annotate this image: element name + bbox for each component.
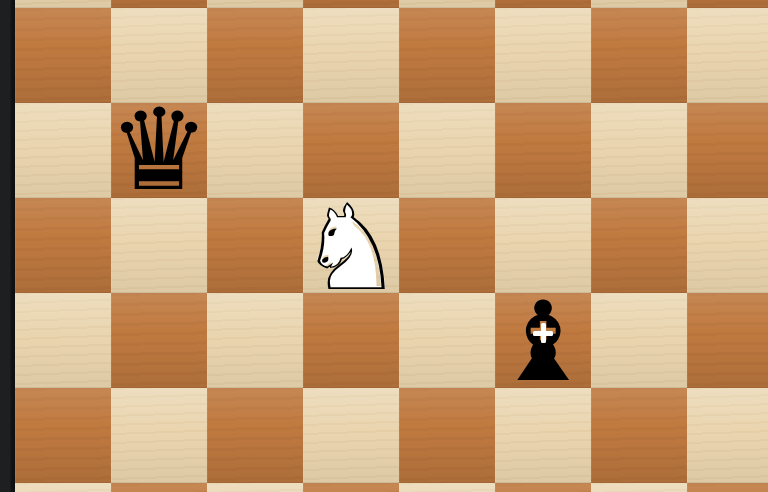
square-d2[interactable] bbox=[303, 483, 399, 492]
square-f8[interactable] bbox=[495, 0, 591, 8]
window-left-edge bbox=[0, 0, 15, 492]
square-c6[interactable] bbox=[207, 103, 303, 198]
square-h3[interactable] bbox=[687, 388, 768, 483]
square-d5[interactable]: ♞♘ bbox=[303, 198, 399, 293]
square-f4[interactable]: ♝ bbox=[495, 293, 591, 388]
square-h8[interactable] bbox=[687, 0, 768, 8]
square-g2[interactable] bbox=[591, 483, 687, 492]
square-f2[interactable] bbox=[495, 483, 591, 492]
square-a3[interactable] bbox=[15, 388, 111, 483]
square-c8[interactable] bbox=[207, 0, 303, 8]
square-h6[interactable] bbox=[687, 103, 768, 198]
square-a6[interactable] bbox=[15, 103, 111, 198]
square-e8[interactable] bbox=[399, 0, 495, 8]
square-e5[interactable] bbox=[399, 198, 495, 293]
square-g6[interactable] bbox=[591, 103, 687, 198]
square-g4[interactable] bbox=[591, 293, 687, 388]
black-queen[interactable]: ♛ bbox=[111, 103, 207, 198]
square-c7[interactable] bbox=[207, 8, 303, 103]
square-c3[interactable] bbox=[207, 388, 303, 483]
square-b8[interactable] bbox=[111, 0, 207, 8]
chess-board: ♛♞♘♝ bbox=[15, 0, 768, 492]
square-g7[interactable] bbox=[591, 8, 687, 103]
square-g8[interactable] bbox=[591, 0, 687, 8]
square-b6[interactable]: ♛ bbox=[111, 103, 207, 198]
square-e7[interactable] bbox=[399, 8, 495, 103]
square-a5[interactable] bbox=[15, 198, 111, 293]
square-g3[interactable] bbox=[591, 388, 687, 483]
black-bishop[interactable]: ♝ bbox=[495, 294, 591, 389]
square-b5[interactable] bbox=[111, 198, 207, 293]
square-e4[interactable] bbox=[399, 293, 495, 388]
square-b4[interactable] bbox=[111, 293, 207, 388]
square-a7[interactable] bbox=[15, 8, 111, 103]
black-queen-glyph: ♛ bbox=[111, 103, 207, 198]
square-e2[interactable] bbox=[399, 483, 495, 492]
square-h4[interactable] bbox=[687, 293, 768, 388]
square-a2[interactable] bbox=[15, 483, 111, 492]
square-f3[interactable] bbox=[495, 388, 591, 483]
square-h5[interactable] bbox=[687, 198, 768, 293]
square-c4[interactable] bbox=[207, 293, 303, 388]
square-f6[interactable] bbox=[495, 103, 591, 198]
square-e3[interactable] bbox=[399, 388, 495, 483]
square-e6[interactable] bbox=[399, 103, 495, 198]
square-g5[interactable] bbox=[591, 198, 687, 293]
square-d7[interactable] bbox=[303, 8, 399, 103]
app-window: ♛♞♘♝ bbox=[0, 0, 768, 492]
square-d3[interactable] bbox=[303, 388, 399, 483]
square-d8[interactable] bbox=[303, 0, 399, 8]
square-d4[interactable] bbox=[303, 293, 399, 388]
square-a8[interactable] bbox=[15, 0, 111, 8]
square-h7[interactable] bbox=[687, 8, 768, 103]
square-h2[interactable] bbox=[687, 483, 768, 492]
white-knight[interactable]: ♞♘ bbox=[303, 201, 399, 296]
square-a4[interactable] bbox=[15, 293, 111, 388]
white-knight-glyph: ♘ bbox=[303, 201, 399, 296]
square-c5[interactable] bbox=[207, 198, 303, 293]
square-c2[interactable] bbox=[207, 483, 303, 492]
square-b3[interactable] bbox=[111, 388, 207, 483]
square-f7[interactable] bbox=[495, 8, 591, 103]
square-b2[interactable] bbox=[111, 483, 207, 492]
